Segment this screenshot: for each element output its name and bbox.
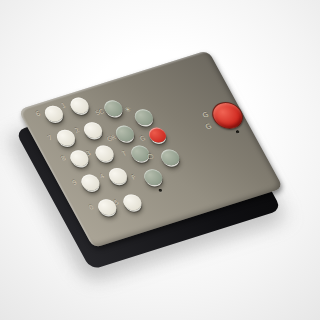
button-9[interactable] [78, 172, 102, 192]
button-5[interactable] [120, 192, 144, 212]
button-8-label: 8 [60, 155, 67, 162]
led-2 [158, 188, 162, 192]
button-f-label: F [131, 174, 137, 181]
button-3[interactable] [92, 143, 116, 163]
button-gr[interactable] [112, 123, 136, 143]
button-1-label: 1 [60, 102, 67, 109]
sun-icon: ✳ [124, 106, 133, 114]
button-0-label: 0 [88, 204, 95, 211]
button-9-label: 9 [71, 179, 78, 186]
button-call-label: G [139, 135, 147, 142]
ring-icon: ○ [146, 153, 155, 161]
button-2-label: 2 [74, 127, 81, 134]
button-4[interactable] [105, 166, 129, 186]
button-call[interactable] [146, 126, 169, 145]
button-star[interactable] [131, 107, 155, 127]
button-ring[interactable] [157, 147, 181, 167]
photo-background: 61SC72GRG83T94F05✳○GG [0, 0, 320, 320]
button-2[interactable] [80, 120, 104, 140]
button-7-label: 7 [47, 135, 54, 142]
button-1[interactable] [67, 95, 91, 115]
go-icon-2: G [205, 123, 214, 131]
led-1 [235, 130, 239, 134]
button-gr-label: GR [106, 134, 117, 142]
button-f[interactable] [140, 167, 164, 187]
button-4-label: 4 [99, 173, 106, 180]
button-6-label: 6 [35, 111, 42, 118]
go-icon-1: G [202, 112, 211, 120]
button-t-label: T [121, 150, 128, 157]
button-sc-label: SC [94, 108, 104, 116]
button-7[interactable] [53, 127, 77, 147]
button-sc[interactable] [101, 98, 125, 118]
